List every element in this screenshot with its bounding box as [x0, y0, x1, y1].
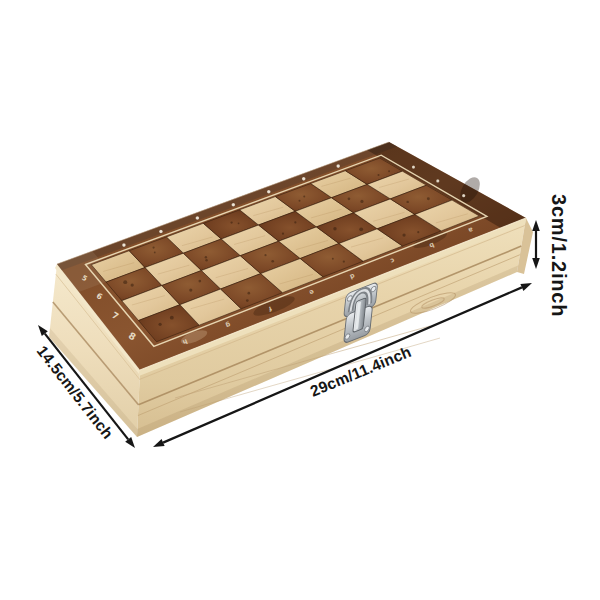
- screw-dot: [159, 230, 163, 234]
- screw-dot: [462, 194, 465, 197]
- burl-speckle: [359, 227, 363, 231]
- burl-speckle: [377, 174, 379, 176]
- height-dimension-label: 3cm/1.2inch: [548, 194, 570, 317]
- burl-speckle: [360, 200, 363, 203]
- screw-dot: [412, 165, 415, 168]
- screw-dot: [336, 164, 340, 168]
- burl-speckle: [158, 323, 161, 326]
- burl-speckle: [131, 283, 134, 286]
- product-photo: 5678hgfedcba 29cm/11.4inch 14.5cm/5.7inc…: [0, 0, 600, 600]
- burl-speckle: [170, 316, 174, 320]
- burl-speckle: [153, 247, 155, 249]
- burl-speckle: [199, 280, 202, 283]
- chess-box: 5678hgfedcba: [49, 142, 533, 437]
- screw-dot: [436, 179, 439, 182]
- burl-speckle: [238, 222, 240, 224]
- burl-speckle: [246, 299, 249, 302]
- burl-speckle: [417, 231, 419, 233]
- arrowhead: [532, 258, 540, 269]
- screw-dot: [302, 177, 306, 181]
- burl-speckle: [348, 197, 351, 200]
- burl-speckle: [294, 221, 296, 223]
- arrowhead: [520, 283, 532, 291]
- height-dimension-arrow: [532, 220, 540, 269]
- burl-speckle: [303, 196, 305, 198]
- arrowhead: [532, 220, 540, 231]
- screw-dot: [122, 243, 126, 247]
- burl-speckle: [388, 170, 390, 172]
- burl-speckle: [264, 254, 266, 256]
- burl-speckle: [230, 221, 232, 223]
- scene-svg: 5678hgfedcba 29cm/11.4inch 14.5cm/5.7inc…: [0, 0, 600, 600]
- screw-dot: [232, 203, 236, 207]
- burl-speckle: [189, 289, 192, 292]
- burl-speckle: [299, 200, 301, 202]
- burl-speckle: [154, 252, 156, 254]
- burl-speckle: [271, 260, 274, 263]
- burl-speckle: [282, 233, 284, 235]
- burl-speckle: [402, 233, 405, 236]
- burl-speckle: [123, 280, 127, 284]
- burl-speckle: [406, 201, 408, 203]
- screw-dot: [267, 190, 271, 194]
- burl-speckle: [427, 197, 430, 200]
- burl-speckle: [205, 259, 207, 261]
- burl-speckle: [205, 256, 207, 258]
- burl-speckle: [333, 227, 336, 230]
- burl-speckle: [247, 292, 250, 295]
- burl-speckle: [332, 258, 334, 260]
- screw-dot: [196, 216, 200, 220]
- burl-speckle: [343, 260, 345, 262]
- arrowhead: [153, 439, 165, 447]
